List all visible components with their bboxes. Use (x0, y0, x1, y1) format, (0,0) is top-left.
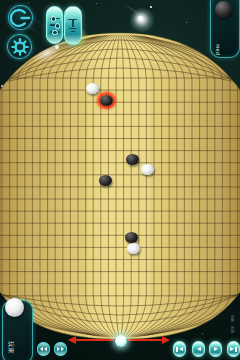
flag-icon (67, 18, 79, 34)
next-move-button[interactable] (209, 341, 222, 357)
fast-forward-icon (61, 347, 64, 351)
fast-forward-button[interactable] (54, 342, 67, 356)
rewind-button[interactable] (37, 342, 50, 356)
first-move-icon (176, 347, 177, 352)
wood-plank-highlight (88, 30, 150, 342)
drag-hint-arrowhead-right (162, 336, 170, 344)
last-move-icon (230, 347, 234, 351)
black-stone-indicator (215, 1, 232, 18)
white-stone-indicator (5, 298, 24, 317)
move-counter-top: 994 (227, 313, 239, 323)
last-move-button[interactable] (227, 341, 240, 357)
rewind-icon (40, 347, 43, 351)
power-button[interactable] (8, 5, 33, 30)
first-move-icon (179, 347, 183, 351)
power-icon (10, 7, 32, 29)
screen: med 玩家 994 318 (0, 0, 240, 360)
last-move-icon (235, 347, 236, 352)
first-move-button[interactable] (173, 341, 186, 357)
white-player-label: 玩家 (3, 338, 17, 356)
prev-move-icon (197, 347, 201, 351)
flag-button[interactable] (64, 6, 82, 45)
drag-hint-arrowhead-left (68, 336, 76, 344)
drag-hint-arrow-left (75, 339, 114, 341)
move-counter-bottom: 318 (227, 324, 239, 334)
settings-button[interactable] (7, 34, 32, 59)
light-flare-core (55, 45, 59, 49)
prev-move-button[interactable] (192, 341, 205, 357)
next-move-icon (214, 347, 218, 351)
drag-hint-arrow-right (128, 339, 163, 341)
move-slider-handle[interactable] (115, 335, 127, 347)
board[interactable] (0, 0, 240, 360)
fast-forward-icon (57, 347, 60, 351)
sliders-button[interactable] (46, 6, 63, 44)
rewind-icon (44, 347, 47, 351)
sliders-icon (50, 18, 60, 33)
gear-icon (9, 36, 31, 58)
black-player-label: med (211, 42, 225, 56)
